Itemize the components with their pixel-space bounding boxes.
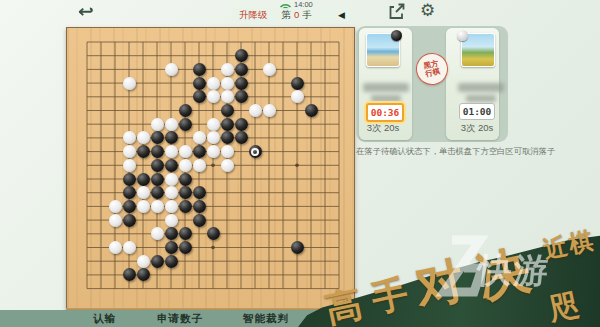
stone-white	[179, 145, 192, 158]
stone-white	[165, 214, 178, 227]
mode-label: 升降级	[239, 9, 268, 22]
black-byoyomi: 3次 20s	[358, 122, 408, 135]
stone-black	[193, 200, 206, 213]
stone-black	[179, 200, 192, 213]
white-byoyomi: 3次 20s	[452, 122, 502, 135]
stone-white	[165, 63, 178, 76]
stone-white	[193, 131, 206, 144]
stone-white	[207, 145, 220, 158]
stone-black	[207, 227, 220, 240]
stone-white	[165, 145, 178, 158]
stone-white	[151, 118, 164, 131]
stone-black	[193, 186, 206, 199]
white-timer: 01:00	[459, 103, 495, 120]
stone-white	[291, 90, 304, 103]
stone-white	[221, 90, 234, 103]
white-player-name-blurred	[458, 83, 504, 92]
stone-white	[109, 214, 122, 227]
stone-black	[179, 173, 192, 186]
stone-white	[221, 145, 234, 158]
stone-white	[137, 200, 150, 213]
go-board[interactable]	[66, 27, 355, 311]
stone-black	[151, 255, 164, 268]
stone-white	[137, 255, 150, 268]
stone-black	[165, 131, 178, 144]
stone-black	[193, 63, 206, 76]
stone-black	[305, 104, 318, 117]
last-move-marker	[251, 148, 259, 156]
stone-white	[151, 227, 164, 240]
white-stone-badge	[457, 30, 468, 41]
stone-black	[151, 159, 164, 172]
stone-white	[207, 118, 220, 131]
stone-black	[123, 200, 136, 213]
stone-black	[123, 214, 136, 227]
stone-black	[123, 186, 136, 199]
stone-white	[123, 131, 136, 144]
stone-black	[179, 227, 192, 240]
stone-white	[263, 104, 276, 117]
logo-text: 快游	[476, 248, 553, 294]
stone-black	[137, 173, 150, 186]
request-count-button[interactable]: 申请数子	[157, 312, 203, 326]
hint-text: 在落子待确认状态下，单击棋盘下方空白区可取消落子	[356, 146, 600, 157]
watermark-char: 高	[321, 280, 366, 327]
stone-black	[291, 77, 304, 90]
stone-black	[235, 63, 248, 76]
back-button[interactable]: ↩	[78, 1, 94, 22]
stone-black	[165, 159, 178, 172]
stone-black	[165, 241, 178, 254]
stone-black	[137, 145, 150, 158]
stone-white	[137, 131, 150, 144]
stone-black	[291, 241, 304, 254]
black-timer: 00:36	[366, 103, 404, 122]
stone-black	[151, 145, 164, 158]
stone-black	[193, 214, 206, 227]
stone-white	[165, 118, 178, 131]
prev-move-icon[interactable]: ◀	[338, 10, 345, 20]
stone-black	[179, 186, 192, 199]
stone-white	[123, 241, 136, 254]
share-icon[interactable]	[388, 3, 406, 20]
stone-black	[221, 118, 234, 131]
stone-black	[123, 173, 136, 186]
stone-white	[193, 159, 206, 172]
stone-white	[165, 173, 178, 186]
stone-white	[207, 77, 220, 90]
stone-black	[235, 90, 248, 103]
stone-white	[249, 104, 262, 117]
stone-black	[151, 186, 164, 199]
move-counter: 第0手	[282, 9, 313, 22]
black-stone-badge	[391, 30, 402, 41]
stone-black	[221, 104, 234, 117]
stone-white	[137, 186, 150, 199]
game-info-bar: 升降级 第0手 ◀	[232, 8, 349, 22]
black-player-rank-blurred	[371, 95, 401, 102]
stone-white	[179, 159, 192, 172]
stone-black	[249, 145, 262, 158]
white-player-rank-blurred	[466, 95, 496, 102]
stone-white	[151, 200, 164, 213]
stone-black	[123, 268, 136, 281]
stone-white	[165, 186, 178, 199]
stone-white	[123, 145, 136, 158]
stone-black	[193, 90, 206, 103]
black-player-name-blurred	[363, 83, 409, 92]
stone-black	[193, 145, 206, 158]
stone-white	[165, 200, 178, 213]
resign-button[interactable]: 认输	[93, 312, 116, 326]
stone-black	[151, 131, 164, 144]
stone-black	[151, 173, 164, 186]
stone-black	[235, 118, 248, 131]
stone-white	[207, 131, 220, 144]
stone-black	[179, 104, 192, 117]
stone-black	[235, 131, 248, 144]
stone-black	[179, 241, 192, 254]
stone-black	[193, 77, 206, 90]
stone-white	[123, 77, 136, 90]
stone-white	[221, 77, 234, 90]
stone-white	[123, 159, 136, 172]
stone-black	[221, 131, 234, 144]
stone-black	[235, 49, 248, 62]
stone-black	[165, 227, 178, 240]
stone-white	[109, 241, 122, 254]
stone-white	[263, 63, 276, 76]
settings-gear-icon[interactable]: ⚙	[420, 0, 435, 21]
stone-black	[235, 77, 248, 90]
stone-black	[165, 255, 178, 268]
stone-white	[221, 63, 234, 76]
stone-white	[109, 200, 122, 213]
stone-black	[137, 268, 150, 281]
ai-judge-button[interactable]: 智能裁判	[243, 312, 289, 326]
stone-black	[179, 118, 192, 131]
stone-white	[221, 159, 234, 172]
stone-white	[207, 90, 220, 103]
